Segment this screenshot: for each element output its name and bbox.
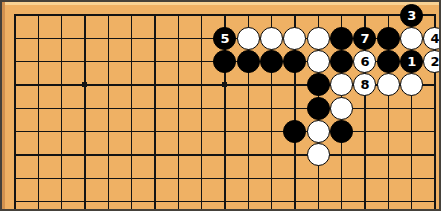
grid-line-vertical [14,14,16,211]
stone-black-M17 [260,50,283,73]
stone-black-R18 [377,27,400,50]
stone-black-S17: 1 [400,50,423,73]
stone-white-S16 [400,73,423,96]
grid-line-vertical [131,14,133,211]
stone-black-K17 [213,50,236,73]
stone-black-N14 [283,120,306,143]
stone-black-P14 [330,120,353,143]
grid-line-vertical [154,14,156,211]
stone-black-O15 [307,97,330,120]
star-point [82,82,87,87]
stone-white-P16 [330,73,353,96]
grid-line-horizontal [14,131,435,133]
stone-white-O14 [307,120,330,143]
stone-black-L17 [237,50,260,73]
stone-white-S18 [400,27,423,50]
stone-white-R16 [377,73,400,96]
grid-line-horizontal [14,178,435,180]
grid-line-vertical [178,14,180,211]
grid-line-vertical [61,14,63,211]
stone-white-O18 [307,27,330,50]
stone-white-T17: 2 [423,50,441,73]
stone-black-K18: 5 [213,27,236,50]
star-point [222,82,227,87]
stone-white-T18: 4 [423,27,441,50]
grid-line-vertical [201,14,203,211]
stone-white-N18 [283,27,306,50]
stone-white-P15 [330,97,353,120]
stone-white-L18 [237,27,260,50]
go-diagram: 35746128 [0,0,441,211]
stone-white-Q17: 6 [353,50,376,73]
stone-black-N17 [283,50,306,73]
grid-line-horizontal [14,108,435,110]
stone-black-R17 [377,50,400,73]
grid-line-horizontal [14,154,435,156]
go-board[interactable]: 35746128 [2,2,439,209]
stone-white-M18 [260,27,283,50]
stone-white-Q16: 8 [353,73,376,96]
grid-line-vertical [38,14,40,211]
stone-black-P17 [330,50,353,73]
grid-line-vertical [84,14,86,211]
stone-black-O16 [307,73,330,96]
grid-line-horizontal [14,201,435,203]
grid-line-vertical [108,14,110,211]
stone-black-P18 [330,27,353,50]
stone-black-Q18: 7 [353,27,376,50]
stone-white-O17 [307,50,330,73]
stone-white-O13 [307,143,330,166]
stone-black-S19: 3 [400,4,423,27]
grid-line-horizontal [14,14,435,16]
